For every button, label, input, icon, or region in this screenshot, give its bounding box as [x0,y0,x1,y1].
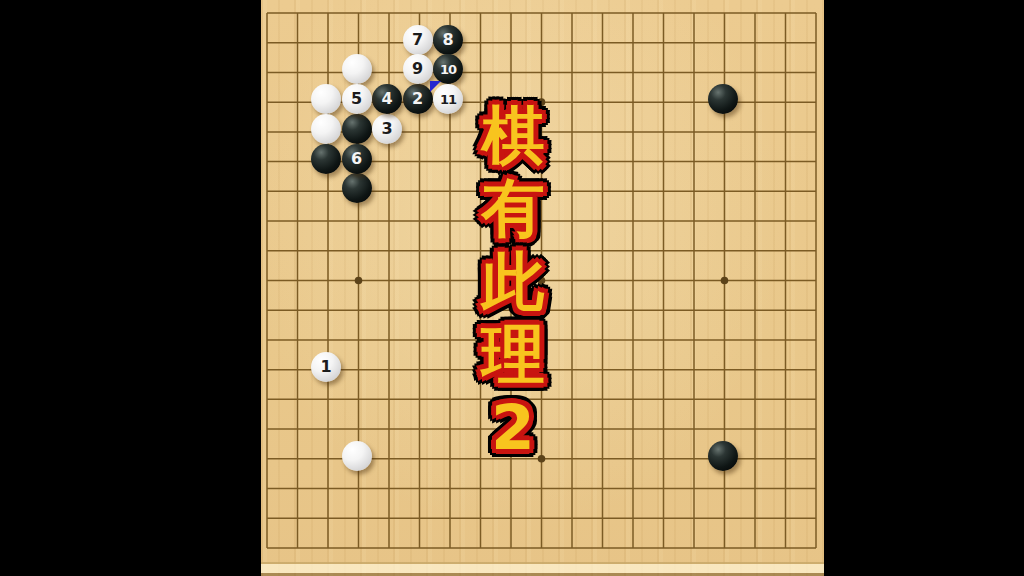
go-board[interactable]: 1234567891011 [261,0,824,576]
left-letterbox-bar [0,0,261,576]
board-grid-lines [261,0,824,576]
right-letterbox-bar [824,0,1024,576]
